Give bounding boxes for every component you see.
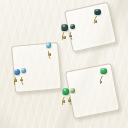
stud-earring-blue-single <box>46 42 52 48</box>
earring-back-bead-green-pair-right <box>68 99 70 101</box>
stud-earring-teal-pair-left <box>61 24 67 30</box>
earring-back-bead-teal-pair-right <box>69 35 71 37</box>
stud-earring-blue-pair-left <box>14 69 20 75</box>
earring-back-bead-blue-single <box>49 53 51 55</box>
earring-back-bead-blue-pair-right <box>20 79 22 81</box>
earring-back-bead-blue-pair-left <box>14 79 17 82</box>
stud-earring-green-pair-left <box>62 88 69 95</box>
earring-back-bead-teal-pair-left <box>63 36 66 39</box>
fabric-background <box>0 0 128 128</box>
stud-earring-teal-single <box>94 9 100 15</box>
